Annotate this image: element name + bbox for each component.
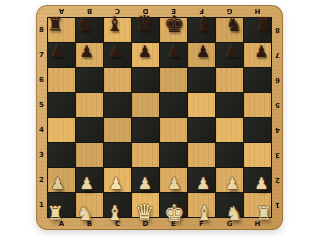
rank-label-left-6: 6 (37, 68, 46, 92)
square-a7: ♟ (48, 43, 75, 67)
square-g4 (216, 118, 243, 142)
rank-label-left-5: 5 (37, 93, 46, 117)
piece-black-pawn-c7: ♟ (109, 44, 123, 60)
file-label-top-g: G (216, 6, 243, 16)
rank-label-left-8: 8 (37, 18, 46, 42)
square-e7: ♟ (160, 43, 187, 67)
square-a5 (48, 93, 75, 117)
square-g6 (216, 68, 243, 92)
square-a1: ♜ (48, 193, 75, 217)
square-f5 (188, 93, 215, 117)
square-c6 (104, 68, 131, 92)
square-f8: ♝ (188, 18, 215, 42)
rank-label-right-8: 8 (273, 18, 282, 42)
square-d3 (132, 143, 159, 167)
file-label-top-f: F (188, 6, 215, 16)
file-label-bottom-e: E (160, 219, 187, 229)
rank-label-left-2: 2 (37, 168, 46, 192)
rank-label-right-7: 7 (273, 43, 282, 67)
square-g7: ♟ (216, 43, 243, 67)
square-h2: ♟ (244, 168, 271, 192)
square-h7: ♟ (244, 43, 271, 67)
piece-black-pawn-f7: ♟ (196, 44, 210, 60)
file-label-bottom-d: D (132, 219, 159, 229)
square-e8: ♚ (160, 18, 187, 42)
square-e6 (160, 68, 187, 92)
file-label-top-h: H (244, 6, 271, 16)
square-b5 (76, 93, 103, 117)
square-d6 (132, 68, 159, 92)
square-g8: ♞ (216, 18, 243, 42)
square-g3 (216, 143, 243, 167)
square-g2: ♟ (216, 168, 243, 192)
square-h8: ♜ (244, 18, 271, 42)
square-e4 (160, 118, 187, 142)
file-label-bottom-a: A (48, 219, 75, 229)
file-label-top-d: D (132, 6, 159, 16)
piece-black-pawn-h7: ♟ (254, 44, 268, 60)
piece-white-pawn-e2: ♟ (167, 176, 181, 192)
piece-white-pawn-d2: ♟ (138, 176, 152, 192)
square-a6 (48, 68, 75, 92)
rank-labels-left: 87654321 (37, 18, 46, 217)
square-c2: ♟ (104, 168, 131, 192)
square-c8: ♝ (104, 18, 131, 42)
square-a4 (48, 118, 75, 142)
square-h1: ♜ (244, 193, 271, 217)
file-label-top-b: B (76, 6, 103, 16)
file-label-top-a: A (48, 6, 75, 16)
square-g5 (216, 93, 243, 117)
square-f2: ♟ (188, 168, 215, 192)
piece-white-pawn-h2: ♟ (254, 176, 268, 192)
photo-background: ABCDEFGH ABCDEFGH 87654321 87654321 ♜♞♝♛… (0, 0, 320, 240)
piece-black-pawn-b7: ♟ (80, 44, 94, 60)
square-b7: ♟ (76, 43, 103, 67)
square-d8: ♛ (132, 18, 159, 42)
square-h4 (244, 118, 271, 142)
rank-label-right-2: 2 (273, 168, 282, 192)
square-c3 (104, 143, 131, 167)
piece-black-pawn-a7: ♟ (50, 44, 64, 60)
file-labels-bottom: ABCDEFGH (48, 219, 271, 229)
square-a3 (48, 143, 75, 167)
file-label-bottom-g: G (216, 219, 243, 229)
square-e3 (160, 143, 187, 167)
file-label-top-c: C (104, 6, 131, 16)
square-c7: ♟ (104, 43, 131, 67)
piece-black-knight-g8: ♞ (225, 15, 242, 34)
piece-black-bishop-f8: ♝ (195, 14, 213, 34)
square-c4 (104, 118, 131, 142)
square-b6 (76, 68, 103, 92)
piece-white-pawn-c2: ♟ (109, 176, 123, 192)
square-f1: ♝ (188, 193, 215, 217)
file-label-bottom-c: C (104, 219, 131, 229)
square-b1: ♞ (76, 193, 103, 217)
piece-black-rook-h8: ♜ (255, 15, 272, 34)
square-b8: ♞ (76, 18, 103, 42)
piece-black-bishop-c8: ♝ (106, 14, 124, 34)
piece-white-pawn-g2: ♟ (225, 176, 239, 192)
rank-label-left-7: 7 (37, 43, 46, 67)
square-d4 (132, 118, 159, 142)
piece-black-knight-b8: ♞ (76, 15, 93, 34)
rank-label-left-4: 4 (37, 118, 46, 142)
file-labels-top: ABCDEFGH (48, 6, 271, 16)
square-g1: ♞ (216, 193, 243, 217)
rank-label-right-3: 3 (273, 143, 282, 167)
piece-black-pawn-g7: ♟ (225, 44, 239, 60)
square-f4 (188, 118, 215, 142)
rank-label-left-1: 1 (37, 193, 46, 217)
piece-black-rook-a8: ♜ (47, 15, 64, 34)
square-c1: ♝ (104, 193, 131, 217)
rank-label-right-5: 5 (273, 93, 282, 117)
file-label-bottom-f: F (188, 219, 215, 229)
square-d1: ♛ (132, 193, 159, 217)
rank-label-left-3: 3 (37, 143, 46, 167)
square-d5 (132, 93, 159, 117)
rank-label-right-1: 1 (273, 193, 282, 217)
square-b2: ♟ (76, 168, 103, 192)
square-f3 (188, 143, 215, 167)
file-label-bottom-b: B (76, 219, 103, 229)
file-label-bottom-h: H (244, 219, 271, 229)
rank-label-right-4: 4 (273, 118, 282, 142)
square-b4 (76, 118, 103, 142)
piece-white-pawn-f2: ♟ (196, 176, 210, 192)
square-f6 (188, 68, 215, 92)
rank-labels-right: 87654321 (273, 18, 282, 217)
square-e1: ♚ (160, 193, 187, 217)
square-c5 (104, 93, 131, 117)
square-e2: ♟ (160, 168, 187, 192)
piece-white-pawn-a2: ♟ (50, 176, 64, 192)
square-a8: ♜ (48, 18, 75, 42)
board-grid: ♜♞♝♛♚♝♞♜♟♟♟♟♟♟♟♟♟♟♟♟♟♟♟♟♜♞♝♛♚♝♞♜ (47, 17, 272, 218)
square-h5 (244, 93, 271, 117)
square-d7: ♟ (132, 43, 159, 67)
piece-black-pawn-e7: ♟ (167, 44, 181, 60)
square-f7: ♟ (188, 43, 215, 67)
piece-black-queen-d8: ♛ (135, 13, 155, 35)
file-label-top-e: E (160, 6, 187, 16)
square-h3 (244, 143, 271, 167)
square-d2: ♟ (132, 168, 159, 192)
chess-board: ABCDEFGH ABCDEFGH 87654321 87654321 ♜♞♝♛… (36, 5, 283, 230)
square-a2: ♟ (48, 168, 75, 192)
square-h6 (244, 68, 271, 92)
square-e5 (160, 93, 187, 117)
rank-label-right-6: 6 (273, 68, 282, 92)
square-b3 (76, 143, 103, 167)
piece-black-pawn-d7: ♟ (138, 44, 152, 60)
piece-white-pawn-b2: ♟ (80, 176, 94, 192)
